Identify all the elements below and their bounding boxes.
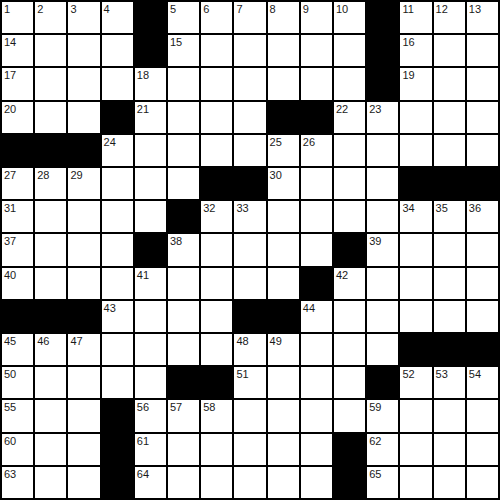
clue-number: 55 [4, 401, 16, 413]
clue-number: 47 [70, 335, 82, 347]
clue-number: 18 [137, 69, 149, 81]
clue-number: 34 [402, 202, 414, 214]
white-cell[interactable] [400, 268, 431, 299]
clue-number: 30 [270, 169, 282, 181]
white-cell[interactable]: 6 [201, 2, 232, 33]
white-cell[interactable]: 3 [68, 2, 99, 33]
white-cell[interactable] [35, 400, 66, 431]
clue-number: 59 [369, 401, 381, 413]
white-cell[interactable]: 56 [135, 400, 166, 431]
white-cell[interactable] [234, 434, 265, 465]
white-cell[interactable] [301, 334, 332, 365]
white-cell[interactable] [334, 367, 365, 398]
white-cell[interactable] [301, 234, 332, 265]
black-cell [201, 367, 232, 398]
white-cell[interactable]: 54 [467, 367, 498, 398]
white-cell[interactable]: 33 [234, 201, 265, 232]
clue-number: 13 [469, 3, 481, 15]
white-cell[interactable]: 45 [2, 334, 33, 365]
white-cell[interactable] [367, 268, 398, 299]
white-cell[interactable] [135, 367, 166, 398]
white-cell[interactable] [334, 301, 365, 332]
clue-number: 40 [4, 269, 16, 281]
white-cell[interactable] [102, 268, 133, 299]
white-cell[interactable] [234, 135, 265, 166]
white-cell[interactable]: 28 [35, 168, 66, 199]
white-cell[interactable] [201, 334, 232, 365]
white-cell[interactable] [168, 301, 199, 332]
white-cell[interactable] [400, 434, 431, 465]
black-cell [268, 301, 299, 332]
white-cell[interactable] [168, 467, 199, 498]
white-cell[interactable] [35, 367, 66, 398]
clue-number: 23 [369, 103, 381, 115]
clue-number: 21 [137, 103, 149, 115]
white-cell[interactable] [68, 234, 99, 265]
white-cell[interactable] [234, 400, 265, 431]
white-cell[interactable] [102, 201, 133, 232]
clue-number: 24 [104, 136, 116, 148]
white-cell[interactable] [201, 68, 232, 99]
white-cell[interactable] [467, 268, 498, 299]
black-cell [68, 135, 99, 166]
white-cell[interactable] [301, 400, 332, 431]
white-cell[interactable] [35, 268, 66, 299]
white-cell[interactable] [135, 334, 166, 365]
black-cell [467, 334, 498, 365]
clue-number: 10 [336, 3, 348, 15]
black-cell [234, 168, 265, 199]
clue-number: 43 [104, 302, 116, 314]
black-cell [268, 102, 299, 133]
white-cell[interactable] [301, 467, 332, 498]
white-cell[interactable]: 23 [367, 102, 398, 133]
white-cell[interactable] [234, 268, 265, 299]
white-cell[interactable] [168, 135, 199, 166]
crossword-grid: 1234567891011121314151617181920212223242… [0, 0, 500, 500]
black-cell [135, 2, 166, 33]
clue-number: 61 [137, 435, 149, 447]
black-cell [102, 434, 133, 465]
white-cell[interactable] [467, 135, 498, 166]
white-cell[interactable]: 19 [400, 68, 431, 99]
clue-number: 57 [170, 401, 182, 413]
black-cell [102, 467, 133, 498]
white-cell[interactable]: 11 [400, 2, 431, 33]
black-cell [334, 234, 365, 265]
black-cell [367, 367, 398, 398]
black-cell [301, 102, 332, 133]
white-cell[interactable]: 35 [434, 201, 465, 232]
white-cell[interactable] [68, 201, 99, 232]
white-cell[interactable] [201, 434, 232, 465]
black-cell [168, 367, 199, 398]
white-cell[interactable]: 21 [135, 102, 166, 133]
white-cell[interactable] [334, 35, 365, 66]
white-cell[interactable] [467, 301, 498, 332]
black-cell [301, 268, 332, 299]
white-cell[interactable] [467, 400, 498, 431]
white-cell[interactable]: 9 [301, 2, 332, 33]
black-cell [434, 168, 465, 199]
white-cell[interactable] [467, 434, 498, 465]
clue-number: 49 [270, 335, 282, 347]
white-cell[interactable] [102, 35, 133, 66]
clue-number: 25 [270, 136, 282, 148]
black-cell [334, 467, 365, 498]
white-cell[interactable] [135, 301, 166, 332]
black-cell [68, 301, 99, 332]
clue-number: 7 [236, 3, 242, 15]
white-cell[interactable] [234, 102, 265, 133]
white-cell[interactable]: 52 [400, 367, 431, 398]
black-cell [400, 334, 431, 365]
white-cell[interactable]: 4 [102, 2, 133, 33]
white-cell[interactable] [334, 334, 365, 365]
clue-number: 39 [369, 235, 381, 247]
white-cell[interactable] [168, 168, 199, 199]
clue-number: 16 [402, 36, 414, 48]
white-cell[interactable] [301, 201, 332, 232]
white-cell[interactable] [434, 434, 465, 465]
white-cell[interactable] [35, 467, 66, 498]
white-cell[interactable] [434, 68, 465, 99]
white-cell[interactable]: 12 [434, 2, 465, 33]
white-cell[interactable] [434, 301, 465, 332]
clue-number: 60 [4, 435, 16, 447]
white-cell[interactable] [400, 467, 431, 498]
white-cell[interactable] [135, 201, 166, 232]
white-cell[interactable] [68, 68, 99, 99]
white-cell[interactable]: 1 [2, 2, 33, 33]
white-cell[interactable]: 37 [2, 234, 33, 265]
clue-number: 12 [436, 3, 448, 15]
white-cell[interactable]: 20 [2, 102, 33, 133]
white-cell[interactable] [201, 268, 232, 299]
white-cell[interactable] [268, 234, 299, 265]
white-cell[interactable]: 26 [301, 135, 332, 166]
white-cell[interactable] [367, 201, 398, 232]
white-cell[interactable]: 16 [400, 35, 431, 66]
white-cell[interactable] [68, 467, 99, 498]
clue-number: 9 [303, 3, 309, 15]
white-cell[interactable]: 15 [168, 35, 199, 66]
clue-number: 54 [469, 368, 481, 380]
black-cell [367, 35, 398, 66]
white-cell[interactable]: 58 [201, 400, 232, 431]
white-cell[interactable] [201, 135, 232, 166]
white-cell[interactable] [367, 168, 398, 199]
white-cell[interactable]: 64 [135, 467, 166, 498]
white-cell[interactable] [467, 102, 498, 133]
white-cell[interactable] [467, 234, 498, 265]
white-cell[interactable]: 65 [367, 467, 398, 498]
clue-number: 42 [336, 269, 348, 281]
black-cell [102, 400, 133, 431]
white-cell[interactable]: 5 [168, 2, 199, 33]
clue-number: 45 [4, 335, 16, 347]
white-cell[interactable]: 18 [135, 68, 166, 99]
white-cell[interactable]: 25 [268, 135, 299, 166]
clue-number: 28 [37, 169, 49, 181]
white-cell[interactable] [201, 35, 232, 66]
white-cell[interactable]: 30 [268, 168, 299, 199]
white-cell[interactable] [434, 135, 465, 166]
white-cell[interactable] [268, 68, 299, 99]
white-cell[interactable] [434, 35, 465, 66]
white-cell[interactable] [201, 234, 232, 265]
white-cell[interactable]: 38 [168, 234, 199, 265]
white-cell[interactable] [301, 434, 332, 465]
black-cell [234, 301, 265, 332]
clue-number: 64 [137, 468, 149, 480]
white-cell[interactable] [35, 68, 66, 99]
white-cell[interactable]: 41 [135, 268, 166, 299]
white-cell[interactable] [268, 201, 299, 232]
white-cell[interactable]: 27 [2, 168, 33, 199]
clue-number: 6 [203, 3, 209, 15]
white-cell[interactable] [400, 400, 431, 431]
white-cell[interactable] [301, 168, 332, 199]
white-cell[interactable]: 39 [367, 234, 398, 265]
white-cell[interactable] [467, 35, 498, 66]
clue-number: 19 [402, 69, 414, 81]
white-cell[interactable] [467, 68, 498, 99]
white-cell[interactable]: 2 [35, 2, 66, 33]
white-cell[interactable]: 34 [400, 201, 431, 232]
white-cell[interactable] [334, 201, 365, 232]
clue-number: 58 [203, 401, 215, 413]
crossword-board: 1234567891011121314151617181920212223242… [0, 0, 500, 500]
white-cell[interactable] [168, 268, 199, 299]
clue-number: 38 [170, 235, 182, 247]
black-cell [367, 2, 398, 33]
white-cell[interactable]: 8 [268, 2, 299, 33]
white-cell[interactable]: 36 [467, 201, 498, 232]
clue-number: 48 [236, 335, 248, 347]
clue-number: 1 [4, 3, 10, 15]
white-cell[interactable] [201, 467, 232, 498]
black-cell [367, 68, 398, 99]
black-cell [135, 35, 166, 66]
black-cell [35, 301, 66, 332]
white-cell[interactable] [268, 434, 299, 465]
white-cell[interactable] [234, 467, 265, 498]
white-cell[interactable] [168, 334, 199, 365]
black-cell [35, 135, 66, 166]
white-cell[interactable] [400, 102, 431, 133]
white-cell[interactable]: 31 [2, 201, 33, 232]
clue-number: 22 [336, 103, 348, 115]
white-cell[interactable] [234, 234, 265, 265]
white-cell[interactable] [201, 102, 232, 133]
white-cell[interactable] [268, 467, 299, 498]
white-cell[interactable] [400, 234, 431, 265]
clue-number: 8 [270, 3, 276, 15]
white-cell[interactable] [268, 35, 299, 66]
clue-number: 35 [436, 202, 448, 214]
white-cell[interactable]: 40 [2, 268, 33, 299]
clue-number: 4 [104, 3, 110, 15]
white-cell[interactable] [168, 68, 199, 99]
clue-number: 31 [4, 202, 16, 214]
clue-number: 32 [203, 202, 215, 214]
white-cell[interactable] [168, 102, 199, 133]
clue-number: 29 [70, 169, 82, 181]
white-cell[interactable] [434, 400, 465, 431]
white-cell[interactable] [400, 135, 431, 166]
white-cell[interactable] [434, 467, 465, 498]
black-cell [334, 434, 365, 465]
white-cell[interactable]: 51 [234, 367, 265, 398]
clue-number: 62 [369, 435, 381, 447]
clue-number: 20 [4, 103, 16, 115]
white-cell[interactable]: 43 [102, 301, 133, 332]
white-cell[interactable] [102, 334, 133, 365]
clue-number: 56 [137, 401, 149, 413]
white-cell[interactable]: 17 [2, 68, 33, 99]
white-cell[interactable] [68, 367, 99, 398]
clue-number: 53 [436, 368, 448, 380]
white-cell[interactable]: 46 [35, 334, 66, 365]
white-cell[interactable] [467, 467, 498, 498]
clue-number: 63 [4, 468, 16, 480]
clue-number: 14 [4, 36, 16, 48]
white-cell[interactable]: 63 [2, 467, 33, 498]
white-cell[interactable] [168, 434, 199, 465]
white-cell[interactable] [135, 168, 166, 199]
white-cell[interactable]: 24 [102, 135, 133, 166]
white-cell[interactable]: 60 [2, 434, 33, 465]
white-cell[interactable] [234, 68, 265, 99]
clue-number: 65 [369, 468, 381, 480]
white-cell[interactable]: 62 [367, 434, 398, 465]
clue-number: 52 [402, 368, 414, 380]
black-cell [400, 168, 431, 199]
white-cell[interactable] [135, 135, 166, 166]
white-cell[interactable] [268, 367, 299, 398]
clue-number: 5 [170, 3, 176, 15]
white-cell[interactable] [334, 400, 365, 431]
white-cell[interactable] [102, 168, 133, 199]
clue-number: 33 [236, 202, 248, 214]
white-cell[interactable]: 10 [334, 2, 365, 33]
white-cell[interactable] [301, 68, 332, 99]
black-cell [2, 301, 33, 332]
clue-number: 50 [4, 368, 16, 380]
white-cell[interactable] [68, 102, 99, 133]
clue-number: 41 [137, 269, 149, 281]
clue-number: 11 [402, 3, 413, 15]
white-cell[interactable] [68, 400, 99, 431]
white-cell[interactable]: 14 [2, 35, 33, 66]
white-cell[interactable]: 42 [334, 268, 365, 299]
white-cell[interactable]: 13 [467, 2, 498, 33]
clue-number: 51 [236, 368, 248, 380]
white-cell[interactable]: 48 [234, 334, 265, 365]
clue-number: 37 [4, 235, 16, 247]
black-cell [201, 168, 232, 199]
white-cell[interactable] [367, 301, 398, 332]
white-cell[interactable] [35, 201, 66, 232]
white-cell[interactable]: 53 [434, 367, 465, 398]
white-cell[interactable] [367, 135, 398, 166]
clue-number: 3 [70, 3, 76, 15]
white-cell[interactable]: 57 [168, 400, 199, 431]
black-cell [467, 168, 498, 199]
white-cell[interactable] [334, 168, 365, 199]
white-cell[interactable] [35, 102, 66, 133]
clue-number: 26 [303, 136, 315, 148]
white-cell[interactable] [234, 35, 265, 66]
white-cell[interactable] [400, 301, 431, 332]
white-cell[interactable] [434, 234, 465, 265]
clue-number: 44 [303, 302, 315, 314]
white-cell[interactable]: 7 [234, 2, 265, 33]
clue-number: 27 [4, 169, 16, 181]
white-cell[interactable]: 22 [334, 102, 365, 133]
black-cell [2, 135, 33, 166]
white-cell[interactable]: 29 [68, 168, 99, 199]
white-cell[interactable] [201, 301, 232, 332]
white-cell[interactable] [367, 334, 398, 365]
white-cell[interactable]: 55 [2, 400, 33, 431]
white-cell[interactable]: 44 [301, 301, 332, 332]
black-cell [168, 201, 199, 232]
clue-number: 2 [37, 3, 43, 15]
clue-number: 46 [37, 335, 49, 347]
white-cell[interactable] [68, 35, 99, 66]
white-cell[interactable] [35, 434, 66, 465]
white-cell[interactable]: 61 [135, 434, 166, 465]
white-cell[interactable] [35, 35, 66, 66]
white-cell[interactable] [68, 434, 99, 465]
clue-number: 17 [4, 69, 16, 81]
white-cell[interactable] [68, 268, 99, 299]
white-cell[interactable]: 49 [268, 334, 299, 365]
white-cell[interactable] [102, 367, 133, 398]
white-cell[interactable]: 32 [201, 201, 232, 232]
white-cell[interactable] [35, 234, 66, 265]
white-cell[interactable] [434, 268, 465, 299]
white-cell[interactable]: 47 [68, 334, 99, 365]
white-cell[interactable]: 50 [2, 367, 33, 398]
white-cell[interactable] [268, 400, 299, 431]
white-cell[interactable] [301, 35, 332, 66]
black-cell [102, 102, 133, 133]
black-cell [135, 234, 166, 265]
clue-number: 15 [170, 36, 182, 48]
white-cell[interactable] [434, 102, 465, 133]
white-cell[interactable] [102, 234, 133, 265]
clue-number: 36 [469, 202, 481, 214]
black-cell [434, 334, 465, 365]
white-cell[interactable] [334, 68, 365, 99]
white-cell[interactable] [301, 367, 332, 398]
white-cell[interactable] [268, 268, 299, 299]
white-cell[interactable]: 59 [367, 400, 398, 431]
white-cell[interactable] [102, 68, 133, 99]
white-cell[interactable] [334, 135, 365, 166]
